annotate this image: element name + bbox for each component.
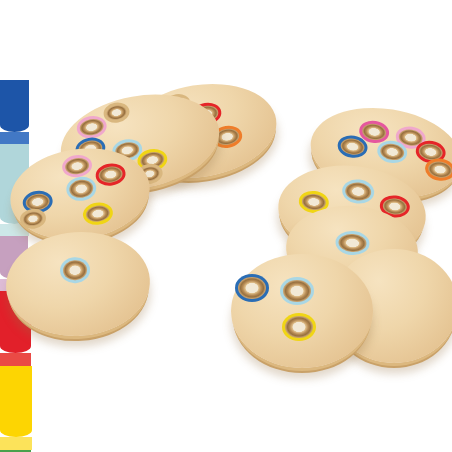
hole-opening bbox=[68, 178, 94, 199]
pink-ring-hole bbox=[75, 114, 108, 141]
hole-opening bbox=[361, 122, 387, 142]
yellow-ring-hole bbox=[282, 313, 316, 341]
cylinder-blue bbox=[0, 80, 29, 132]
hole-opening bbox=[64, 156, 90, 175]
lightblue-ring-hole bbox=[59, 256, 91, 284]
hole-opening bbox=[98, 164, 124, 183]
lightblue-ring-hole bbox=[280, 277, 314, 305]
hole-opening bbox=[382, 197, 408, 215]
blue-ring-hole bbox=[235, 274, 269, 302]
hole-opening bbox=[79, 117, 105, 137]
hole-opening bbox=[22, 211, 44, 228]
disc-bottom-center bbox=[231, 254, 373, 368]
plain-hole bbox=[102, 101, 131, 125]
lightblue-ring-hole bbox=[334, 230, 370, 256]
pink-ring-hole bbox=[61, 153, 94, 179]
cylinder-red-top bbox=[0, 353, 31, 366]
hole-opening bbox=[340, 137, 366, 157]
hole-opening bbox=[283, 280, 311, 302]
hole-opening bbox=[106, 104, 128, 121]
hole-opening bbox=[62, 259, 87, 281]
cylinder-yellow bbox=[0, 366, 32, 437]
yellow-ring-hole bbox=[82, 201, 115, 227]
lightblue-ring-hole bbox=[341, 178, 375, 205]
product-photo-scene bbox=[0, 0, 452, 452]
hole-opening bbox=[85, 204, 111, 223]
lightblue-ring-hole bbox=[64, 175, 97, 203]
hole-opening bbox=[344, 182, 372, 203]
hole-opening bbox=[379, 142, 405, 162]
hole-opening bbox=[337, 233, 366, 253]
cylinder-yellow-top bbox=[0, 437, 32, 450]
hole-opening bbox=[238, 277, 266, 299]
red-ring-hole bbox=[95, 161, 128, 187]
hole-opening bbox=[427, 160, 452, 180]
pegboard bbox=[0, 0, 144, 80]
hole-opening bbox=[285, 316, 313, 338]
cylinder-blue-top bbox=[0, 132, 29, 144]
orange-ring-hole bbox=[423, 157, 452, 183]
